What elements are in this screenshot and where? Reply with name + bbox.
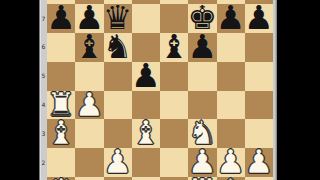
white-king-g1: ♚ [217,177,245,180]
square-g7: ♟ [217,4,245,33]
rank-label-4: 4 [40,102,47,108]
white-pawn-h2: ♟ [245,148,273,177]
square-b4: ♟ [75,91,103,120]
rank-label-5: 5 [40,73,47,79]
black-pawn-f6: ♟ [188,33,216,62]
square-h7: ♟ [245,4,273,33]
square-e1 [160,177,188,180]
square-a1: ♛ [47,177,75,180]
square-b3 [75,119,103,148]
square-g1: ♚ [217,177,245,180]
square-b2 [75,148,103,177]
black-pawn-d5: ♟ [132,62,160,91]
letterbox-right [277,0,320,180]
white-pawn-b4: ♟ [75,91,103,120]
square-h4 [245,91,273,120]
white-pawn-c2: ♟ [104,148,132,177]
black-bishop-e6: ♝ [160,33,188,62]
square-e6: ♝ [160,33,188,62]
square-f6: ♟ [188,33,216,62]
rank-label-2: 2 [40,160,47,166]
square-c5 [104,62,132,91]
square-a3: ♝ [47,119,75,148]
black-pawn-h7: ♟ [245,4,273,33]
square-d1 [132,177,160,180]
square-h5 [245,62,273,91]
square-d5: ♟ [132,62,160,91]
square-c2: ♟ [104,148,132,177]
square-c6: ♞ [104,33,132,62]
rank-label-7: 7 [40,16,47,22]
chess-diagram: ♜♜♟♟♛♚♟♟♝♞♝♟♟♜♟♝♝♞♟♟♟♟♛♜♚ 765432 [39,0,277,180]
black-pawn-g7: ♟ [217,4,245,33]
square-b1 [75,177,103,180]
square-f5 [188,62,216,91]
square-g6 [217,33,245,62]
black-pawn-a7: ♟ [47,4,75,33]
square-d2 [132,148,160,177]
square-h1 [245,177,273,180]
video-frame[interactable]: ♜♜♟♟♛♚♟♟♝♞♝♟♟♜♟♝♝♞♟♟♟♟♛♜♚ 765432 [0,0,320,180]
white-queen-a1: ♛ [47,177,75,180]
black-bishop-b6: ♝ [75,33,103,62]
square-c4 [104,91,132,120]
square-g5 [217,62,245,91]
rank-label-3: 3 [40,131,47,137]
square-a6 [47,33,75,62]
letterbox-left [0,0,39,180]
square-e5 [160,62,188,91]
square-e4 [160,91,188,120]
square-h2: ♟ [245,148,273,177]
square-f1: ♜ [188,177,216,180]
chess-board: ♜♜♟♟♛♚♟♟♝♞♝♟♟♜♟♝♝♞♟♟♟♟♛♜♚ [47,0,273,180]
square-c1 [104,177,132,180]
square-a7: ♟ [47,4,75,33]
square-e3 [160,119,188,148]
rank-label-6: 6 [40,44,47,50]
square-b6: ♝ [75,33,103,62]
white-rook-f1: ♜ [188,177,216,180]
square-d7 [132,4,160,33]
square-d3: ♝ [132,119,160,148]
square-g4 [217,91,245,120]
white-bishop-a3: ♝ [47,119,75,148]
square-h6 [245,33,273,62]
square-e2 [160,148,188,177]
white-bishop-d3: ♝ [132,119,160,148]
black-knight-c6: ♞ [104,33,132,62]
